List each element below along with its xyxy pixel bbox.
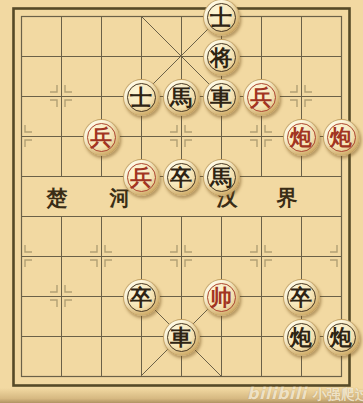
piece-red-soldier[interactable]: 兵: [243, 79, 280, 116]
piece-black-soldier[interactable]: 卒: [123, 279, 160, 316]
piece-glyph: 卒: [124, 280, 159, 315]
piece-glyph: 馬: [204, 160, 239, 195]
pieces-grid: 士将士馬車兵兵炮炮兵卒馬卒帅卒車炮炮: [1, 0, 361, 396]
piece-black-cannon[interactable]: 炮: [283, 319, 320, 356]
piece-glyph: 士: [204, 0, 239, 35]
bilibili-logo: bilibili: [247, 384, 307, 403]
piece-black-general[interactable]: 将: [203, 39, 240, 76]
piece-glyph: 炮: [284, 120, 319, 155]
piece-red-cannon[interactable]: 炮: [283, 119, 320, 156]
piece-black-advisor[interactable]: 士: [123, 79, 160, 116]
watermark-text: 小强爬过: [313, 386, 363, 403]
piece-black-chariot[interactable]: 車: [163, 319, 200, 356]
piece-black-chariot[interactable]: 車: [203, 79, 240, 116]
piece-glyph: 炮: [284, 320, 319, 355]
piece-black-advisor[interactable]: 士: [203, 0, 240, 36]
piece-glyph: 士: [124, 80, 159, 115]
piece-glyph: 卒: [284, 280, 319, 315]
piece-black-cannon[interactable]: 炮: [323, 319, 360, 356]
piece-glyph: 炮: [324, 120, 359, 155]
piece-glyph: 帅: [204, 280, 239, 315]
xiangqi-board: 楚 河 汉 界 士将士馬車兵兵炮炮兵卒馬卒帅卒車炮炮 bilibili 小强爬过: [0, 0, 363, 403]
piece-glyph: 車: [164, 320, 199, 355]
piece-glyph: 卒: [164, 160, 199, 195]
piece-glyph: 将: [204, 40, 239, 75]
watermark: bilibili 小强爬过: [247, 384, 363, 403]
piece-red-cannon[interactable]: 炮: [323, 119, 360, 156]
piece-glyph: 車: [204, 80, 239, 115]
piece-black-horse[interactable]: 馬: [163, 79, 200, 116]
piece-red-soldier[interactable]: 兵: [123, 159, 160, 196]
piece-glyph: 炮: [324, 320, 359, 355]
piece-red-general[interactable]: 帅: [203, 279, 240, 316]
piece-glyph: 兵: [84, 120, 119, 155]
piece-glyph: 馬: [164, 80, 199, 115]
piece-red-soldier[interactable]: 兵: [83, 119, 120, 156]
piece-black-horse[interactable]: 馬: [203, 159, 240, 196]
piece-black-soldier[interactable]: 卒: [283, 279, 320, 316]
piece-glyph: 兵: [124, 160, 159, 195]
piece-glyph: 兵: [244, 80, 279, 115]
piece-black-soldier[interactable]: 卒: [163, 159, 200, 196]
